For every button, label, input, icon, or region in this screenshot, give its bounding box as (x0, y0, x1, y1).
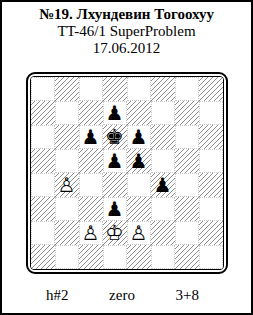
square-h6 (199, 125, 223, 149)
square-b1 (55, 245, 79, 269)
square-b2 (55, 221, 79, 245)
square-h3 (199, 197, 223, 221)
square-c8 (79, 77, 103, 101)
square-e3 (127, 197, 151, 221)
square-f4: ♟ (151, 173, 175, 197)
square-d8 (103, 77, 127, 101)
square-e7 (127, 101, 151, 125)
square-d2: ♚♔ (103, 221, 127, 245)
square-c2: ♟♙ (79, 221, 103, 245)
board-frame: ♟♟♚♟♟♟♟♙♟♟♟♙♚♔♟♙ (26, 72, 228, 274)
square-a2 (31, 221, 55, 245)
square-f2 (151, 221, 175, 245)
square-d7: ♟ (103, 101, 127, 125)
square-e2: ♟♙ (127, 221, 151, 245)
square-c7 (79, 101, 103, 125)
square-f5 (151, 149, 175, 173)
square-f3 (151, 197, 175, 221)
square-c6: ♟ (79, 125, 103, 149)
square-b8 (55, 77, 79, 101)
board-inner-frame: ♟♟♚♟♟♟♟♙♟♟♟♙♚♔♟♙ (30, 76, 224, 270)
square-a6 (31, 125, 55, 149)
square-c4 (79, 173, 103, 197)
board-grid: ♟♟♚♟♟♟♟♙♟♟♟♙♚♔♟♙ (31, 77, 223, 269)
piece-black-pawn-d5: ♟ (103, 149, 127, 173)
square-e5: ♟ (127, 149, 151, 173)
problem-card: №19. Лхундевин Тогоохуу TT-46/1 SuperPro… (0, 0, 253, 315)
square-e8 (127, 77, 151, 101)
problem-title: №19. Лхундевин Тогоохуу (2, 5, 251, 23)
square-g4 (175, 173, 199, 197)
square-h1 (199, 245, 223, 269)
square-g3 (175, 197, 199, 221)
square-b6 (55, 125, 79, 149)
square-c5 (79, 149, 103, 173)
square-g5 (175, 149, 199, 173)
square-f8 (151, 77, 175, 101)
square-b7 (55, 101, 79, 125)
square-d1 (103, 245, 127, 269)
square-a8 (31, 77, 55, 101)
piece-black-pawn-e6: ♟ (127, 125, 151, 149)
chess-board: ♟♟♚♟♟♟♟♙♟♟♟♙♚♔♟♙ (2, 72, 251, 274)
square-f7 (151, 101, 175, 125)
piece-white-pawn-c2: ♟♙ (79, 221, 103, 245)
stipulation: h#2 (46, 287, 69, 304)
square-e6: ♟ (127, 125, 151, 149)
piece-black-pawn-d7: ♟ (103, 101, 127, 125)
square-a4 (31, 173, 55, 197)
square-h8 (199, 77, 223, 101)
material-count: 3+8 (176, 287, 199, 304)
twin-note: zero (109, 287, 135, 304)
piece-white-king-d2: ♚♔ (103, 221, 127, 245)
square-g8 (175, 77, 199, 101)
square-a1 (31, 245, 55, 269)
square-b5 (55, 149, 79, 173)
square-h4 (199, 173, 223, 197)
piece-black-pawn-d3: ♟ (103, 197, 127, 221)
square-f1 (151, 245, 175, 269)
square-e4 (127, 173, 151, 197)
piece-black-pawn-e5: ♟ (127, 149, 151, 173)
square-g1 (175, 245, 199, 269)
piece-black-pawn-c6: ♟ (79, 125, 103, 149)
piece-black-king-d6: ♚ (103, 125, 127, 149)
piece-white-pawn-b4: ♟♙ (55, 173, 79, 197)
tournament-name: TT-46/1 SuperProblem (2, 23, 251, 40)
square-g2 (175, 221, 199, 245)
square-e1 (127, 245, 151, 269)
square-c1 (79, 245, 103, 269)
problem-date: 17.06.2012 (2, 40, 251, 57)
square-g6 (175, 125, 199, 149)
caption-row: h#2 zero 3+8 (2, 287, 251, 304)
square-a7 (31, 101, 55, 125)
square-c3 (79, 197, 103, 221)
square-h7 (199, 101, 223, 125)
square-d6: ♚ (103, 125, 127, 149)
square-d3: ♟ (103, 197, 127, 221)
square-b3 (55, 197, 79, 221)
square-f6 (151, 125, 175, 149)
square-a5 (31, 149, 55, 173)
piece-white-pawn-e2: ♟♙ (127, 221, 151, 245)
square-h2 (199, 221, 223, 245)
piece-black-pawn-f4: ♟ (151, 173, 175, 197)
square-d4 (103, 173, 127, 197)
square-d5: ♟ (103, 149, 127, 173)
square-a3 (31, 197, 55, 221)
square-b4: ♟♙ (55, 173, 79, 197)
square-h5 (199, 149, 223, 173)
square-g7 (175, 101, 199, 125)
